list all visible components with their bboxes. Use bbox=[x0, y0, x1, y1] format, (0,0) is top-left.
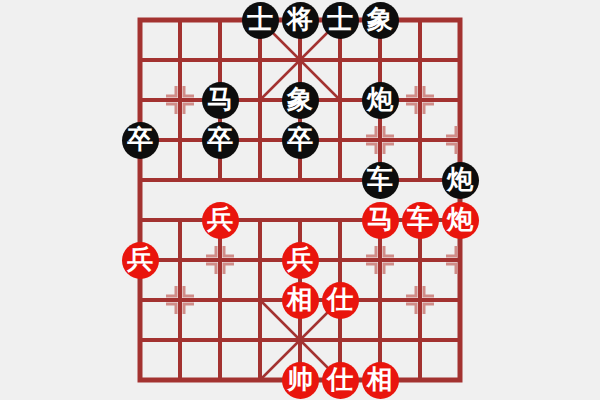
board-point[interactable]: 士 bbox=[320, 0, 360, 40]
piece-glyph: 相 bbox=[287, 286, 313, 312]
piece-black-advisor[interactable]: 士 bbox=[242, 2, 279, 39]
board-point[interactable]: 仕 bbox=[320, 360, 360, 400]
board-point bbox=[240, 280, 280, 320]
board-point bbox=[320, 120, 360, 160]
board-point bbox=[200, 360, 240, 400]
piece-black-cannon[interactable]: 炮 bbox=[362, 82, 399, 119]
piece-glyph: 仕 bbox=[327, 366, 353, 392]
board-point bbox=[320, 320, 360, 360]
board-point bbox=[240, 120, 280, 160]
board-point bbox=[400, 320, 440, 360]
piece-glyph: 车 bbox=[367, 166, 393, 192]
piece-glyph: 卒 bbox=[207, 126, 233, 152]
board-point[interactable]: 马 bbox=[200, 80, 240, 120]
board-point[interactable]: 士 bbox=[240, 0, 280, 40]
piece-black-horse[interactable]: 马 bbox=[202, 82, 239, 119]
board-point bbox=[280, 160, 320, 200]
board-point bbox=[440, 0, 480, 40]
board-point bbox=[120, 320, 160, 360]
board-point bbox=[320, 40, 360, 80]
board-point bbox=[400, 120, 440, 160]
board-point[interactable]: 相 bbox=[360, 360, 400, 400]
board-point[interactable]: 炮 bbox=[440, 160, 480, 200]
board-point[interactable]: 仕 bbox=[320, 280, 360, 320]
board-point bbox=[320, 200, 360, 240]
piece-black-soldier[interactable]: 卒 bbox=[202, 122, 239, 159]
board-point bbox=[200, 320, 240, 360]
board-point[interactable]: 将 bbox=[280, 0, 320, 40]
board-point bbox=[120, 280, 160, 320]
board-point bbox=[120, 160, 160, 200]
board-point bbox=[240, 320, 280, 360]
piece-black-advisor[interactable]: 士 bbox=[322, 2, 359, 39]
board-point[interactable]: 兵 bbox=[280, 240, 320, 280]
piece-black-soldier[interactable]: 卒 bbox=[282, 122, 319, 159]
piece-glyph: 炮 bbox=[367, 86, 393, 112]
piece-glyph: 炮 bbox=[447, 206, 473, 232]
board-point bbox=[160, 120, 200, 160]
board-point bbox=[360, 240, 400, 280]
piece-glyph: 兵 bbox=[207, 206, 233, 232]
piece-glyph: 相 bbox=[367, 366, 393, 392]
board-point[interactable]: 兵 bbox=[200, 200, 240, 240]
board-point bbox=[160, 240, 200, 280]
board-point bbox=[400, 40, 440, 80]
piece-glyph: 卒 bbox=[287, 126, 313, 152]
board-point bbox=[160, 160, 200, 200]
board-point bbox=[400, 160, 440, 200]
piece-red-soldier[interactable]: 兵 bbox=[122, 242, 159, 279]
board-point bbox=[400, 240, 440, 280]
board-point bbox=[440, 120, 480, 160]
board-points: 士将士象马象炮卒卒卒车炮兵马车炮兵兵相仕帅仕相 bbox=[120, 0, 480, 400]
board-point bbox=[440, 80, 480, 120]
board-point[interactable]: 卒 bbox=[120, 120, 160, 160]
piece-glyph: 士 bbox=[327, 6, 353, 32]
board-point bbox=[400, 280, 440, 320]
piece-glyph: 车 bbox=[407, 206, 433, 232]
board-point[interactable]: 炮 bbox=[440, 200, 480, 240]
piece-black-chariot[interactable]: 车 bbox=[362, 162, 399, 199]
board-point bbox=[200, 40, 240, 80]
piece-red-elephant[interactable]: 相 bbox=[282, 282, 319, 319]
piece-glyph: 象 bbox=[287, 86, 313, 112]
board-point bbox=[160, 0, 200, 40]
piece-glyph: 炮 bbox=[447, 166, 473, 192]
piece-black-cannon[interactable]: 炮 bbox=[442, 162, 479, 199]
piece-black-elephant[interactable]: 象 bbox=[282, 82, 319, 119]
board-point[interactable]: 卒 bbox=[200, 120, 240, 160]
board-point[interactable]: 帅 bbox=[280, 360, 320, 400]
board-point bbox=[240, 240, 280, 280]
board-point bbox=[360, 320, 400, 360]
board-point[interactable]: 卒 bbox=[280, 120, 320, 160]
board-point bbox=[120, 80, 160, 120]
board-point[interactable]: 相 bbox=[280, 280, 320, 320]
xiangqi-board: 士将士象马象炮卒卒卒车炮兵马车炮兵兵相仕帅仕相 bbox=[0, 0, 600, 400]
board-point[interactable]: 象 bbox=[360, 0, 400, 40]
board-point bbox=[160, 80, 200, 120]
board-point bbox=[240, 80, 280, 120]
board-point bbox=[320, 160, 360, 200]
piece-red-general[interactable]: 帅 bbox=[282, 362, 319, 399]
piece-black-general[interactable]: 将 bbox=[282, 2, 319, 39]
board-point bbox=[280, 320, 320, 360]
board-point bbox=[200, 240, 240, 280]
piece-glyph: 马 bbox=[367, 206, 393, 232]
board-point[interactable]: 炮 bbox=[360, 80, 400, 120]
board-point bbox=[320, 240, 360, 280]
piece-glyph: 将 bbox=[287, 6, 313, 32]
board-point bbox=[400, 80, 440, 120]
board-point[interactable]: 兵 bbox=[120, 240, 160, 280]
piece-glyph: 兵 bbox=[287, 246, 313, 272]
piece-glyph: 帅 bbox=[287, 366, 313, 392]
piece-red-soldier[interactable]: 兵 bbox=[282, 242, 319, 279]
piece-glyph: 仕 bbox=[327, 286, 353, 312]
piece-red-advisor[interactable]: 仕 bbox=[322, 282, 359, 319]
piece-black-soldier[interactable]: 卒 bbox=[122, 122, 159, 159]
piece-red-cannon[interactable]: 炮 bbox=[442, 202, 479, 239]
board-point bbox=[440, 240, 480, 280]
board-point bbox=[240, 200, 280, 240]
board-point bbox=[440, 280, 480, 320]
board-point bbox=[160, 280, 200, 320]
board-point[interactable]: 车 bbox=[360, 160, 400, 200]
board-point bbox=[440, 320, 480, 360]
board-point bbox=[120, 0, 160, 40]
board-point bbox=[400, 360, 440, 400]
board-point bbox=[160, 360, 200, 400]
board-point bbox=[240, 160, 280, 200]
board-point bbox=[200, 0, 240, 40]
piece-glyph: 马 bbox=[207, 86, 233, 112]
board-point[interactable]: 车 bbox=[400, 200, 440, 240]
piece-red-advisor[interactable]: 仕 bbox=[322, 362, 359, 399]
piece-black-elephant[interactable]: 象 bbox=[362, 2, 399, 39]
board-point bbox=[360, 40, 400, 80]
board-point bbox=[320, 80, 360, 120]
board-point bbox=[400, 0, 440, 40]
board-point bbox=[360, 280, 400, 320]
board-point bbox=[280, 200, 320, 240]
board-point bbox=[200, 160, 240, 200]
board-point bbox=[160, 320, 200, 360]
board-point bbox=[440, 40, 480, 80]
board-point bbox=[120, 200, 160, 240]
piece-glyph: 士 bbox=[247, 6, 273, 32]
piece-glyph: 象 bbox=[367, 6, 393, 32]
board-point bbox=[120, 360, 160, 400]
board-point bbox=[240, 40, 280, 80]
board-point bbox=[240, 360, 280, 400]
board-point[interactable]: 象 bbox=[280, 80, 320, 120]
piece-glyph: 卒 bbox=[127, 126, 153, 152]
board-point bbox=[360, 120, 400, 160]
piece-glyph: 兵 bbox=[127, 246, 153, 272]
piece-red-chariot[interactable]: 车 bbox=[402, 202, 439, 239]
piece-red-soldier[interactable]: 兵 bbox=[202, 202, 239, 239]
piece-red-horse[interactable]: 马 bbox=[362, 202, 399, 239]
board-point bbox=[120, 40, 160, 80]
board-point[interactable]: 马 bbox=[360, 200, 400, 240]
piece-red-elephant[interactable]: 相 bbox=[362, 362, 399, 399]
board-point bbox=[160, 200, 200, 240]
board-point bbox=[440, 360, 480, 400]
board-point bbox=[200, 280, 240, 320]
board-point bbox=[280, 40, 320, 80]
board-point bbox=[160, 40, 200, 80]
